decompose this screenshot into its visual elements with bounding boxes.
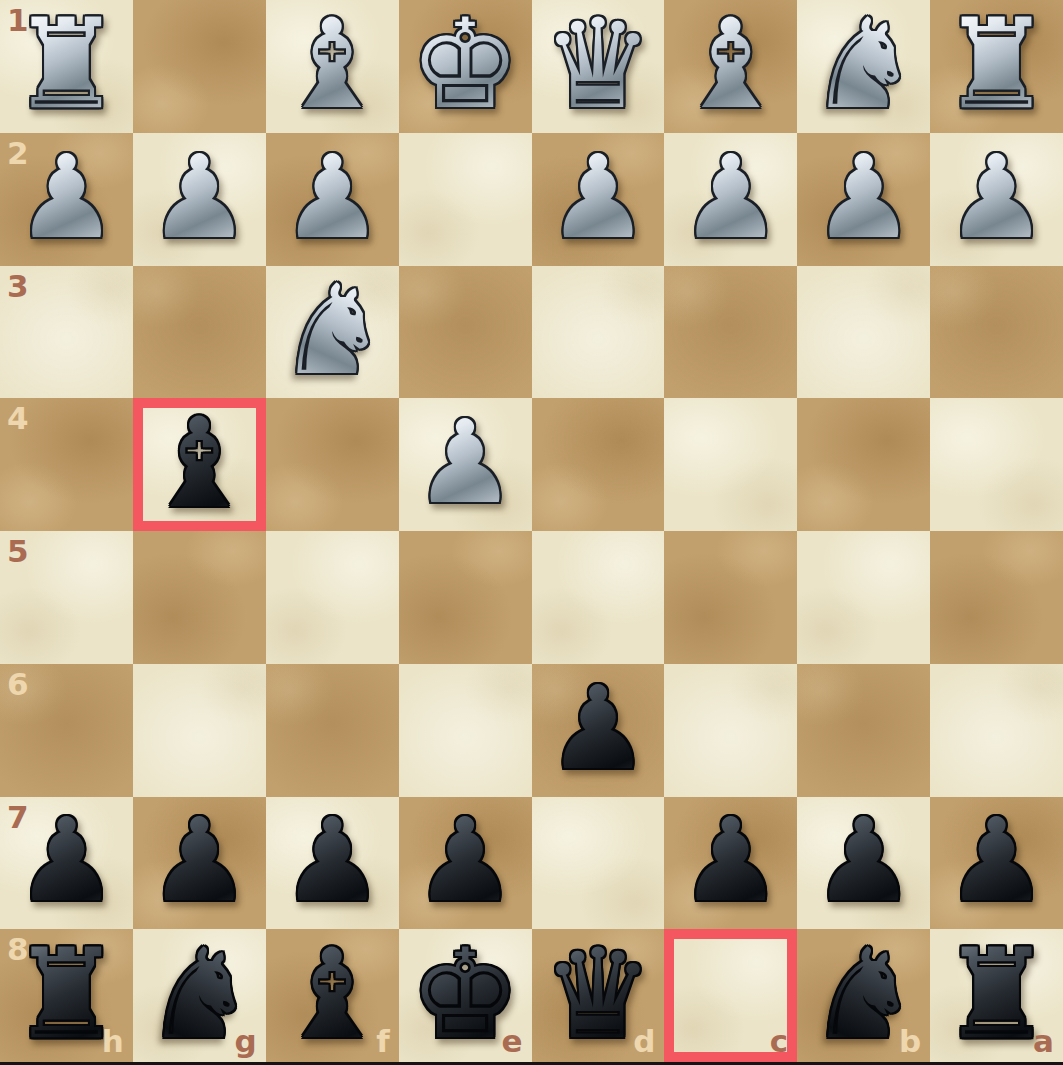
square-b3[interactable]	[797, 266, 930, 399]
square-h2[interactable]: 2♟	[0, 133, 133, 266]
square-f8[interactable]: f♝	[266, 929, 399, 1062]
piece-white-pawn[interactable]: ♟	[15, 140, 118, 255]
piece-black-bishop[interactable]: ♝	[277, 932, 388, 1056]
piece-white-pawn[interactable]: ♟	[148, 140, 251, 255]
piece-white-pawn[interactable]: ♟	[679, 140, 782, 255]
square-b7[interactable]: ♟	[797, 797, 930, 930]
file-label-c: c	[770, 1026, 788, 1057]
square-g7[interactable]: ♟	[133, 797, 266, 930]
piece-white-rook[interactable]: ♜	[941, 2, 1052, 126]
file-label-h: h	[102, 1026, 124, 1057]
piece-black-pawn[interactable]: ♟	[812, 803, 915, 918]
square-h1[interactable]: 1♜	[0, 0, 133, 133]
square-e6[interactable]	[399, 664, 532, 797]
rank-label-8: 8	[7, 934, 29, 965]
square-d3[interactable]	[532, 266, 665, 399]
piece-white-pawn[interactable]: ♟	[281, 140, 384, 255]
chess-board: 1♜♝♚♛♝♞♜2♟♟♟♟♟♟♟3♞4♝♟56♟7♟♟♟♟♟♟♟8h♜g♞f♝e…	[0, 0, 1063, 1065]
square-d7[interactable]	[532, 797, 665, 930]
square-f7[interactable]: ♟	[266, 797, 399, 930]
square-f1[interactable]: ♝	[266, 0, 399, 133]
square-a7[interactable]: ♟	[930, 797, 1063, 930]
square-g8[interactable]: g♞	[133, 929, 266, 1062]
square-a2[interactable]: ♟	[930, 133, 1063, 266]
piece-white-king[interactable]: ♚	[409, 2, 520, 126]
piece-white-knight[interactable]: ♞	[808, 2, 919, 126]
file-label-e: e	[501, 1026, 522, 1057]
piece-white-pawn[interactable]: ♟	[945, 140, 1048, 255]
square-c1[interactable]: ♝	[664, 0, 797, 133]
piece-black-bishop[interactable]: ♝	[144, 401, 255, 525]
piece-white-queen[interactable]: ♛	[542, 2, 653, 126]
square-e3[interactable]	[399, 266, 532, 399]
square-f2[interactable]: ♟	[266, 133, 399, 266]
piece-white-bishop[interactable]: ♝	[277, 2, 388, 126]
square-a3[interactable]	[930, 266, 1063, 399]
square-b5[interactable]	[797, 531, 930, 664]
square-d5[interactable]	[532, 531, 665, 664]
square-f5[interactable]	[266, 531, 399, 664]
file-label-f: f	[376, 1026, 390, 1057]
square-d8[interactable]: d♛	[532, 929, 665, 1062]
square-d4[interactable]	[532, 398, 665, 531]
square-f4[interactable]	[266, 398, 399, 531]
square-f3[interactable]: ♞	[266, 266, 399, 399]
square-e8[interactable]: e♚	[399, 929, 532, 1062]
square-e2[interactable]	[399, 133, 532, 266]
square-g3[interactable]	[133, 266, 266, 399]
square-a5[interactable]	[930, 531, 1063, 664]
square-e1[interactable]: ♚	[399, 0, 532, 133]
square-d2[interactable]: ♟	[532, 133, 665, 266]
rank-label-2: 2	[7, 138, 29, 169]
square-a4[interactable]	[930, 398, 1063, 531]
piece-black-pawn[interactable]: ♟	[414, 803, 517, 918]
square-a1[interactable]: ♜	[930, 0, 1063, 133]
piece-black-pawn[interactable]: ♟	[281, 803, 384, 918]
square-h6[interactable]: 6	[0, 664, 133, 797]
file-label-a: a	[1033, 1026, 1054, 1057]
rank-label-6: 6	[7, 669, 29, 700]
piece-black-pawn[interactable]: ♟	[148, 803, 251, 918]
square-f6[interactable]	[266, 664, 399, 797]
square-b1[interactable]: ♞	[797, 0, 930, 133]
square-d6[interactable]: ♟	[532, 664, 665, 797]
square-g1[interactable]	[133, 0, 266, 133]
rank-label-1: 1	[7, 5, 29, 36]
rank-label-7: 7	[7, 802, 29, 833]
rank-label-4: 4	[7, 403, 29, 434]
square-g5[interactable]	[133, 531, 266, 664]
square-c5[interactable]	[664, 531, 797, 664]
square-b6[interactable]	[797, 664, 930, 797]
square-h5[interactable]: 5	[0, 531, 133, 664]
piece-black-pawn[interactable]: ♟	[679, 803, 782, 918]
piece-white-pawn[interactable]: ♟	[414, 405, 517, 520]
square-c6[interactable]	[664, 664, 797, 797]
square-c8[interactable]: c	[664, 929, 797, 1062]
square-h4[interactable]: 4	[0, 398, 133, 531]
square-b8[interactable]: b♞	[797, 929, 930, 1062]
piece-white-knight[interactable]: ♞	[277, 268, 388, 392]
piece-black-pawn[interactable]: ♟	[15, 803, 118, 918]
square-b4[interactable]	[797, 398, 930, 531]
rank-label-5: 5	[7, 536, 29, 567]
square-h8[interactable]: 8h♜	[0, 929, 133, 1062]
file-label-g: g	[235, 1026, 257, 1057]
square-d1[interactable]: ♛	[532, 0, 665, 133]
square-e7[interactable]: ♟	[399, 797, 532, 930]
square-a6[interactable]	[930, 664, 1063, 797]
file-label-b: b	[899, 1026, 921, 1057]
file-label-d: d	[633, 1026, 655, 1057]
piece-black-pawn[interactable]: ♟	[546, 671, 649, 786]
piece-white-bishop[interactable]: ♝	[675, 2, 786, 126]
square-g6[interactable]	[133, 664, 266, 797]
rank-label-3: 3	[7, 271, 29, 302]
square-g2[interactable]: ♟	[133, 133, 266, 266]
piece-black-pawn[interactable]: ♟	[945, 803, 1048, 918]
square-e5[interactable]	[399, 531, 532, 664]
square-h7[interactable]: 7♟	[0, 797, 133, 930]
square-c3[interactable]	[664, 266, 797, 399]
square-h3[interactable]: 3	[0, 266, 133, 399]
square-b2[interactable]: ♟	[797, 133, 930, 266]
piece-white-pawn[interactable]: ♟	[546, 140, 649, 255]
square-c2[interactable]: ♟	[664, 133, 797, 266]
square-g4[interactable]: ♝	[133, 398, 266, 531]
square-e4[interactable]: ♟	[399, 398, 532, 531]
piece-white-pawn[interactable]: ♟	[812, 140, 915, 255]
square-c7[interactable]: ♟	[664, 797, 797, 930]
square-a8[interactable]: a♜	[930, 929, 1063, 1062]
square-c4[interactable]	[664, 398, 797, 531]
